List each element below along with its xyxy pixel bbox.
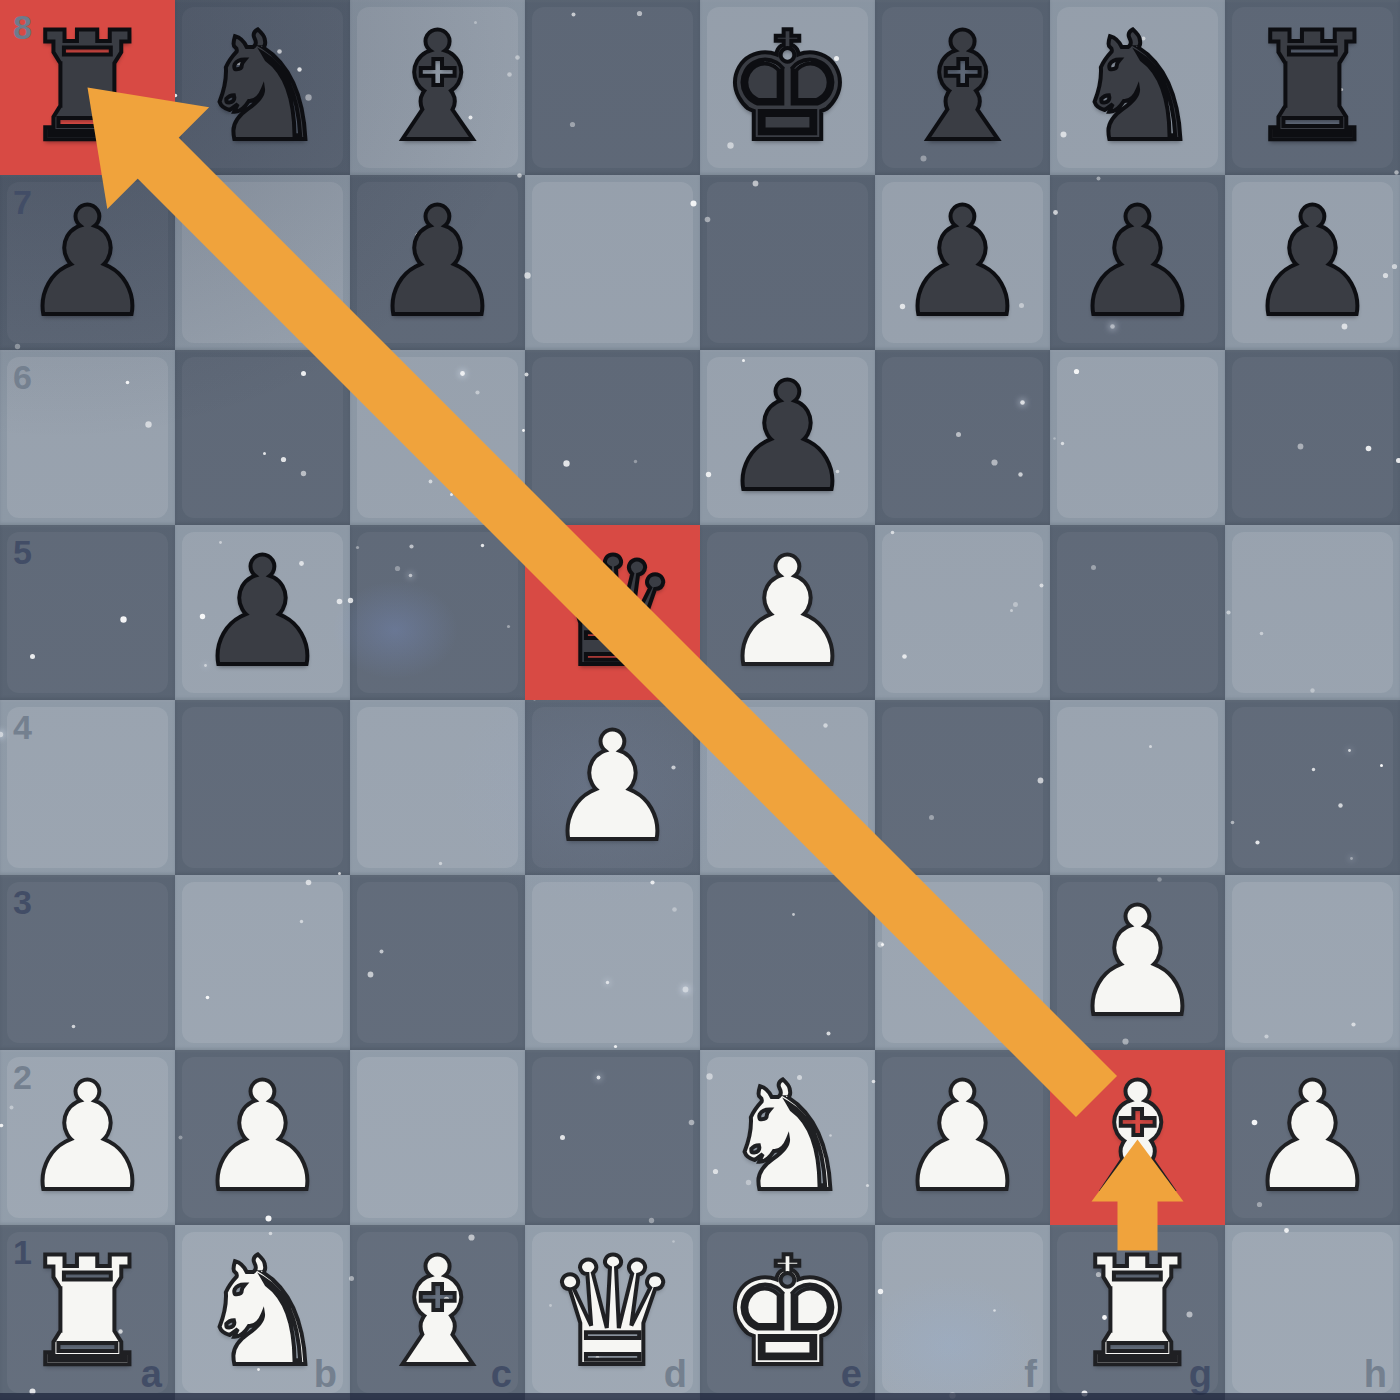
- file-label-h: h: [1364, 1355, 1387, 1393]
- square-c1[interactable]: ♝c: [350, 1225, 525, 1400]
- square-d5[interactable]: ♛: [525, 525, 700, 700]
- square-b3[interactable]: [175, 875, 350, 1050]
- square-f6[interactable]: [875, 350, 1050, 525]
- square-c3[interactable]: [350, 875, 525, 1050]
- square-c2[interactable]: [350, 1050, 525, 1225]
- square-h5[interactable]: [1225, 525, 1400, 700]
- square-a4[interactable]: 4: [0, 700, 175, 875]
- square-d2[interactable]: [525, 1050, 700, 1225]
- square-a6[interactable]: 6: [0, 350, 175, 525]
- square-h8[interactable]: ♜: [1225, 0, 1400, 175]
- square-c4[interactable]: [350, 700, 525, 875]
- square-c8[interactable]: ♝: [350, 0, 525, 175]
- square-a1[interactable]: ♜1a: [0, 1225, 175, 1400]
- square-a7[interactable]: ♟7: [0, 175, 175, 350]
- square-g8[interactable]: ♞: [1050, 0, 1225, 175]
- rank-label-4: 4: [13, 710, 32, 744]
- square-a8[interactable]: ♜8: [0, 0, 175, 175]
- piece-white-pawn[interactable]: ♟: [525, 700, 700, 875]
- square-b1[interactable]: ♞b: [175, 1225, 350, 1400]
- piece-white-knight[interactable]: ♞: [700, 1050, 875, 1225]
- square-f1[interactable]: f: [875, 1225, 1050, 1400]
- piece-black-pawn[interactable]: ♟: [875, 175, 1050, 350]
- piece-white-pawn[interactable]: ♟: [1050, 875, 1225, 1050]
- square-h4[interactable]: [1225, 700, 1400, 875]
- square-g4[interactable]: [1050, 700, 1225, 875]
- square-e5[interactable]: ♟: [700, 525, 875, 700]
- piece-black-queen[interactable]: ♛: [525, 525, 700, 700]
- piece-black-pawn[interactable]: ♟: [1050, 175, 1225, 350]
- square-g7[interactable]: ♟: [1050, 175, 1225, 350]
- square-h6[interactable]: [1225, 350, 1400, 525]
- square-d8[interactable]: [525, 0, 700, 175]
- square-a2[interactable]: ♟2: [0, 1050, 175, 1225]
- square-f5[interactable]: [875, 525, 1050, 700]
- piece-black-knight[interactable]: ♞: [175, 0, 350, 175]
- rank-label-6: 6: [13, 360, 32, 394]
- piece-white-pawn[interactable]: ♟: [700, 525, 875, 700]
- square-e7[interactable]: [700, 175, 875, 350]
- square-e1[interactable]: ♚e: [700, 1225, 875, 1400]
- square-a3[interactable]: 3: [0, 875, 175, 1050]
- piece-black-pawn[interactable]: ♟: [0, 175, 175, 350]
- piece-black-pawn[interactable]: ♟: [1225, 175, 1400, 350]
- piece-white-pawn[interactable]: ♟: [1225, 1050, 1400, 1225]
- square-e4[interactable]: [700, 700, 875, 875]
- piece-white-pawn[interactable]: ♟: [175, 1050, 350, 1225]
- square-f2[interactable]: ♟: [875, 1050, 1050, 1225]
- square-d4[interactable]: ♟: [525, 700, 700, 875]
- piece-black-bishop[interactable]: ♝: [875, 0, 1050, 175]
- square-d1[interactable]: ♛d: [525, 1225, 700, 1400]
- piece-white-pawn[interactable]: ♟: [0, 1050, 175, 1225]
- file-label-f: f: [1024, 1355, 1037, 1393]
- square-b5[interactable]: ♟: [175, 525, 350, 700]
- square-e2[interactable]: ♞: [700, 1050, 875, 1225]
- square-b4[interactable]: [175, 700, 350, 875]
- square-d7[interactable]: [525, 175, 700, 350]
- rank-label-3: 3: [13, 885, 32, 919]
- rank-label-5: 5: [13, 535, 32, 569]
- square-c5[interactable]: [350, 525, 525, 700]
- square-h1[interactable]: h: [1225, 1225, 1400, 1400]
- square-g3[interactable]: ♟: [1050, 875, 1225, 1050]
- square-g5[interactable]: [1050, 525, 1225, 700]
- piece-white-rook[interactable]: ♜: [1050, 1225, 1225, 1400]
- square-b7[interactable]: [175, 175, 350, 350]
- piece-black-pawn[interactable]: ♟: [175, 525, 350, 700]
- square-g1[interactable]: ♜g: [1050, 1225, 1225, 1400]
- piece-black-king[interactable]: ♚: [700, 0, 875, 175]
- square-e3[interactable]: [700, 875, 875, 1050]
- square-a5[interactable]: 5: [0, 525, 175, 700]
- piece-white-queen[interactable]: ♛: [525, 1225, 700, 1400]
- square-g2[interactable]: ♝: [1050, 1050, 1225, 1225]
- square-f8[interactable]: ♝: [875, 0, 1050, 175]
- square-g6[interactable]: [1050, 350, 1225, 525]
- piece-black-rook[interactable]: ♜: [1225, 0, 1400, 175]
- piece-black-pawn[interactable]: ♟: [350, 175, 525, 350]
- piece-white-bishop[interactable]: ♝: [350, 1225, 525, 1400]
- piece-white-king[interactable]: ♚: [700, 1225, 875, 1400]
- square-d3[interactable]: [525, 875, 700, 1050]
- square-f3[interactable]: [875, 875, 1050, 1050]
- piece-black-rook[interactable]: ♜: [0, 0, 175, 175]
- piece-black-pawn[interactable]: ♟: [700, 350, 875, 525]
- square-h3[interactable]: [1225, 875, 1400, 1050]
- square-b6[interactable]: [175, 350, 350, 525]
- chess-board: ♜8♞♝♚♝♞♜♟7♟♟♟♟6♟5♟♛♟4♟3♟♟2♟♞♟♝♟♜1a♞b♝c♛d…: [0, 0, 1400, 1400]
- square-b2[interactable]: ♟: [175, 1050, 350, 1225]
- square-f4[interactable]: [875, 700, 1050, 875]
- piece-black-bishop[interactable]: ♝: [350, 0, 525, 175]
- piece-white-pawn[interactable]: ♟: [875, 1050, 1050, 1225]
- square-b8[interactable]: ♞: [175, 0, 350, 175]
- square-e8[interactable]: ♚: [700, 0, 875, 175]
- piece-white-rook[interactable]: ♜: [0, 1225, 175, 1400]
- square-e6[interactable]: ♟: [700, 350, 875, 525]
- square-h2[interactable]: ♟: [1225, 1050, 1400, 1225]
- square-c6[interactable]: [350, 350, 525, 525]
- piece-white-bishop[interactable]: ♝: [1050, 1050, 1225, 1225]
- piece-white-knight[interactable]: ♞: [175, 1225, 350, 1400]
- square-f7[interactable]: ♟: [875, 175, 1050, 350]
- square-h7[interactable]: ♟: [1225, 175, 1400, 350]
- square-c7[interactable]: ♟: [350, 175, 525, 350]
- piece-black-knight[interactable]: ♞: [1050, 0, 1225, 175]
- square-d6[interactable]: [525, 350, 700, 525]
